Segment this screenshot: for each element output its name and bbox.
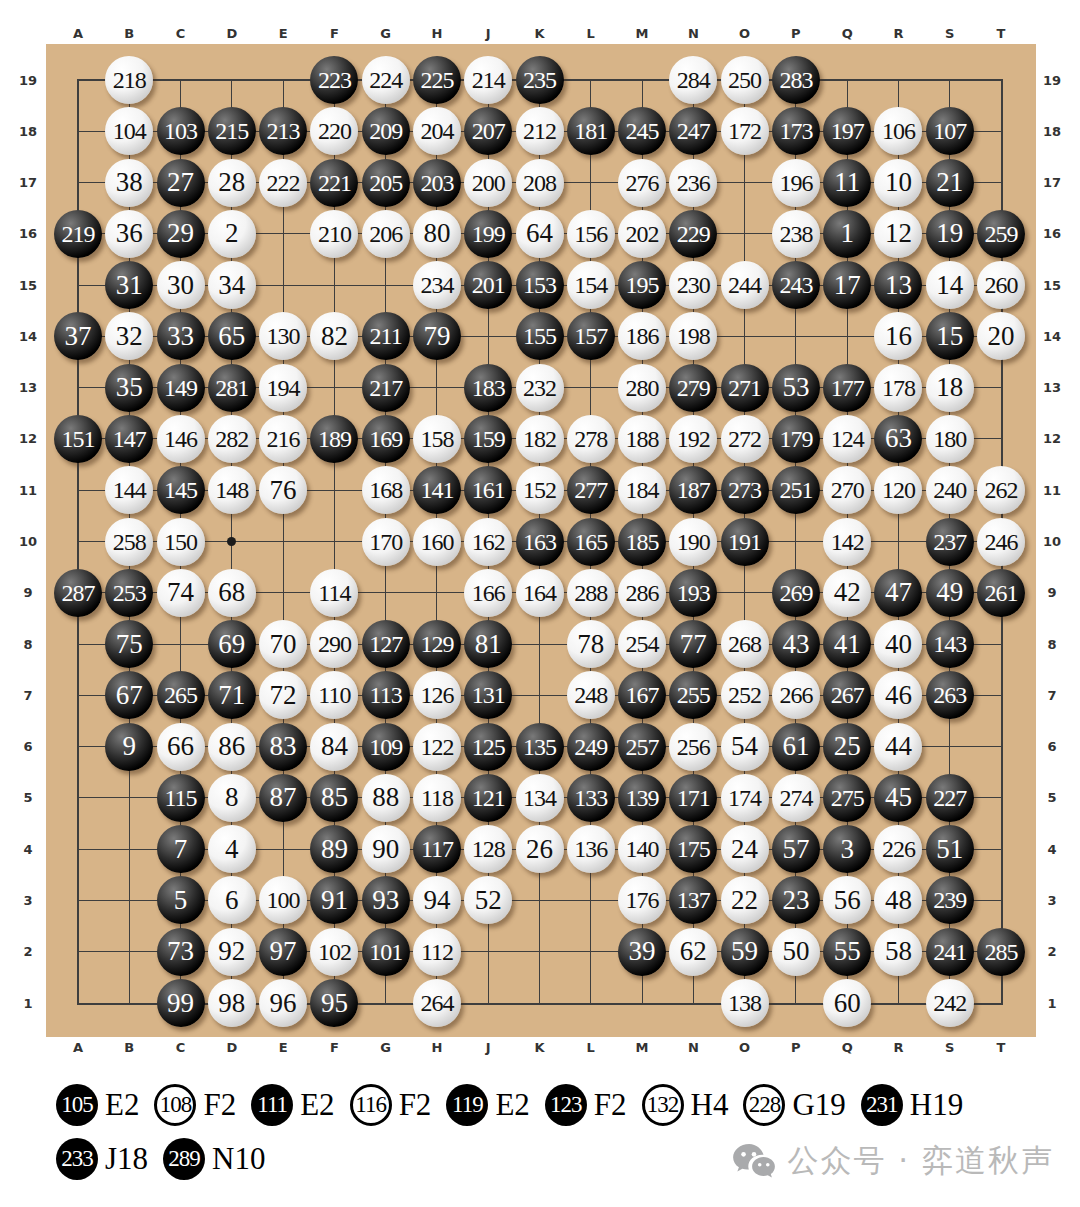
coord-label-bottom-M: M xyxy=(625,1038,659,1056)
stone-number: 24 xyxy=(731,836,758,863)
stone-number: 144 xyxy=(113,478,146,502)
stone-N2: 62 xyxy=(669,928,717,976)
stone-N19: 284 xyxy=(669,56,717,104)
stone-H17: 203 xyxy=(413,159,461,207)
stone-number: 146 xyxy=(164,427,197,451)
coord-label-right-9: 9 xyxy=(1035,584,1069,602)
stone-number: 288 xyxy=(574,581,607,605)
stone-O15: 244 xyxy=(721,261,769,309)
stone-number: 14 xyxy=(936,272,963,299)
stone-number: 164 xyxy=(523,581,556,605)
stone-number: 196 xyxy=(779,171,812,195)
coord-label-left-6: 6 xyxy=(11,738,45,756)
stone-D11: 148 xyxy=(208,466,256,514)
coord-label-bottom-D: D xyxy=(215,1038,249,1056)
stone-number: 226 xyxy=(882,837,915,861)
stone-number: 282 xyxy=(215,427,248,451)
stone-M4: 140 xyxy=(618,825,666,873)
stone-number: 64 xyxy=(526,220,553,247)
stone-number: 54 xyxy=(731,733,758,760)
stone-G7: 113 xyxy=(362,671,410,719)
stone-number: 290 xyxy=(318,632,351,656)
stone-B13: 35 xyxy=(105,364,153,412)
stone-Q10: 142 xyxy=(823,518,871,566)
stone-number: 21 xyxy=(936,169,963,196)
stone-number: 40 xyxy=(885,631,912,658)
stone-number: 145 xyxy=(164,478,197,502)
stone-K11: 152 xyxy=(516,466,564,514)
stone-G13: 217 xyxy=(362,364,410,412)
coord-label-bottom-H: H xyxy=(420,1038,454,1056)
stone-number: 249 xyxy=(574,735,607,759)
stone-number: 151 xyxy=(62,427,95,451)
stone-number: 186 xyxy=(626,324,659,348)
stone-L12: 278 xyxy=(567,415,615,463)
stone-number: 63 xyxy=(885,425,912,452)
stone-B9: 253 xyxy=(105,569,153,617)
stone-C6: 66 xyxy=(157,723,205,771)
stone-O2: 59 xyxy=(721,928,769,976)
stone-L9: 288 xyxy=(567,569,615,617)
stone-number: 72 xyxy=(270,682,297,709)
stone-O11: 273 xyxy=(721,466,769,514)
stone-number: 265 xyxy=(164,683,197,707)
stone-O8: 268 xyxy=(721,620,769,668)
stone-C18: 103 xyxy=(157,107,205,155)
coord-label-bottom-K: K xyxy=(523,1038,557,1056)
stone-number: 53 xyxy=(782,374,809,401)
stone-number: 55 xyxy=(834,938,861,965)
stone-M15: 195 xyxy=(618,261,666,309)
stone-B16: 36 xyxy=(105,210,153,258)
stone-number: 212 xyxy=(523,119,556,143)
stone-H11: 141 xyxy=(413,466,461,514)
caption-stone-108: 108 xyxy=(154,1084,196,1126)
caption-stone-123: 123 xyxy=(545,1084,587,1126)
stone-S18: 107 xyxy=(926,107,974,155)
stone-S4: 51 xyxy=(926,825,974,873)
stone-number: 12 xyxy=(885,220,912,247)
stone-number: 73 xyxy=(167,938,194,965)
coord-label-left-1: 1 xyxy=(11,994,45,1012)
stone-number: 149 xyxy=(164,376,197,400)
stone-N10: 190 xyxy=(669,518,717,566)
stone-O19: 250 xyxy=(721,56,769,104)
stone-E2: 97 xyxy=(259,928,307,976)
stone-number: 48 xyxy=(885,887,912,914)
stone-B8: 75 xyxy=(105,620,153,668)
coord-label-bottom-L: L xyxy=(574,1038,608,1056)
stone-number: 257 xyxy=(626,735,659,759)
stone-D5: 8 xyxy=(208,774,256,822)
stone-C15: 30 xyxy=(157,261,205,309)
stone-number: 155 xyxy=(523,324,556,348)
coord-label-top-E: E xyxy=(266,24,300,42)
stone-G10: 170 xyxy=(362,518,410,566)
stone-D2: 92 xyxy=(208,928,256,976)
stone-number: 261 xyxy=(985,581,1018,605)
stone-L14: 157 xyxy=(567,312,615,360)
stone-number: 109 xyxy=(369,735,402,759)
stone-number: 238 xyxy=(779,222,812,246)
stone-number: 138 xyxy=(728,991,761,1015)
stone-O5: 174 xyxy=(721,774,769,822)
stone-D18: 215 xyxy=(208,107,256,155)
stone-Q1: 60 xyxy=(823,979,871,1027)
caption-item: 111E2 xyxy=(251,1084,334,1126)
stone-number: 280 xyxy=(626,376,659,400)
stone-number: 66 xyxy=(167,733,194,760)
stone-number: 258 xyxy=(113,530,146,554)
stone-number: 244 xyxy=(728,273,761,297)
stone-number: 16 xyxy=(885,323,912,350)
stone-number: 248 xyxy=(574,683,607,707)
stone-O13: 271 xyxy=(721,364,769,412)
stone-C5: 115 xyxy=(157,774,205,822)
stone-number: 88 xyxy=(372,784,399,811)
stone-number: 60 xyxy=(834,990,861,1017)
stone-G2: 101 xyxy=(362,928,410,976)
stone-number: 271 xyxy=(728,376,761,400)
stone-number: 267 xyxy=(831,683,864,707)
stone-K15: 153 xyxy=(516,261,564,309)
stone-number: 225 xyxy=(420,68,453,92)
stone-number: 124 xyxy=(831,427,864,451)
stone-F16: 210 xyxy=(310,210,358,258)
stone-N17: 236 xyxy=(669,159,717,207)
coord-label-left-4: 4 xyxy=(11,840,45,858)
coord-label-right-1: 1 xyxy=(1035,994,1069,1012)
stone-N12: 192 xyxy=(669,415,717,463)
coord-label-right-11: 11 xyxy=(1035,481,1069,499)
stone-P19: 283 xyxy=(772,56,820,104)
stone-number: 101 xyxy=(369,940,402,964)
stone-number: 191 xyxy=(728,530,761,554)
stone-H2: 112 xyxy=(413,928,461,976)
stone-M9: 286 xyxy=(618,569,666,617)
stone-G17: 205 xyxy=(362,159,410,207)
stone-C14: 33 xyxy=(157,312,205,360)
stone-number: 70 xyxy=(270,631,297,658)
stone-J19: 214 xyxy=(464,56,512,104)
stone-B10: 258 xyxy=(105,518,153,566)
stone-number: 170 xyxy=(369,530,402,554)
stone-number: 200 xyxy=(472,171,505,195)
stone-number: 75 xyxy=(116,631,143,658)
stone-number: 217 xyxy=(369,376,402,400)
stone-O1: 138 xyxy=(721,979,769,1027)
stone-number: 222 xyxy=(267,171,300,195)
coord-label-right-18: 18 xyxy=(1035,122,1069,140)
coord-label-right-4: 4 xyxy=(1035,840,1069,858)
stone-Q4: 3 xyxy=(823,825,871,873)
stone-L10: 165 xyxy=(567,518,615,566)
stone-Q6: 25 xyxy=(823,723,871,771)
stone-number: 224 xyxy=(369,68,402,92)
stone-number: 187 xyxy=(677,478,710,502)
stone-O18: 172 xyxy=(721,107,769,155)
stone-F9: 114 xyxy=(310,569,358,617)
stone-T11: 262 xyxy=(977,466,1025,514)
stone-number: 46 xyxy=(885,682,912,709)
stone-D15: 34 xyxy=(208,261,256,309)
stone-number: 87 xyxy=(270,784,297,811)
stone-S2: 241 xyxy=(926,928,974,976)
stone-P15: 243 xyxy=(772,261,820,309)
stone-number: 203 xyxy=(420,171,453,195)
coord-label-top-B: B xyxy=(112,24,146,42)
stone-number: 112 xyxy=(421,940,453,964)
stone-K17: 208 xyxy=(516,159,564,207)
stone-S8: 143 xyxy=(926,620,974,668)
stone-J12: 159 xyxy=(464,415,512,463)
coord-label-left-13: 13 xyxy=(11,379,45,397)
stone-number: 6 xyxy=(225,887,239,914)
stone-number: 130 xyxy=(267,324,300,348)
stone-number: 161 xyxy=(472,478,505,502)
stone-E13: 194 xyxy=(259,364,307,412)
stone-F17: 221 xyxy=(310,159,358,207)
stone-number: 65 xyxy=(218,323,245,350)
stone-R9: 47 xyxy=(874,569,922,617)
stone-number: 206 xyxy=(369,222,402,246)
stone-number: 229 xyxy=(677,222,710,246)
stone-H15: 234 xyxy=(413,261,461,309)
stone-L8: 78 xyxy=(567,620,615,668)
stone-T15: 260 xyxy=(977,261,1025,309)
caption-stone-116: 116 xyxy=(350,1084,392,1126)
stone-number: 268 xyxy=(728,632,761,656)
stone-C16: 29 xyxy=(157,210,205,258)
caption-item: 105E2 xyxy=(56,1084,139,1126)
stone-number: 270 xyxy=(831,478,864,502)
stone-K9: 164 xyxy=(516,569,564,617)
stone-number: 74 xyxy=(167,579,194,606)
coord-label-top-L: L xyxy=(574,24,608,42)
caption-stone-132: 132 xyxy=(642,1084,684,1126)
stone-K13: 232 xyxy=(516,364,564,412)
stone-J9: 166 xyxy=(464,569,512,617)
stone-number: 153 xyxy=(523,273,556,297)
stone-number: 245 xyxy=(626,119,659,143)
stone-number: 275 xyxy=(831,786,864,810)
stone-S15: 14 xyxy=(926,261,974,309)
stone-S11: 240 xyxy=(926,466,974,514)
stone-number: 7 xyxy=(174,836,188,863)
stone-number: 17 xyxy=(834,272,861,299)
stone-Q2: 55 xyxy=(823,928,871,976)
stone-C7: 265 xyxy=(157,671,205,719)
stone-T9: 261 xyxy=(977,569,1025,617)
stone-number: 32 xyxy=(116,323,143,350)
stone-T16: 259 xyxy=(977,210,1025,258)
stone-number: 34 xyxy=(218,272,245,299)
stone-number: 274 xyxy=(779,786,812,810)
stone-number: 236 xyxy=(677,171,710,195)
stone-Q15: 17 xyxy=(823,261,871,309)
stone-number: 128 xyxy=(472,837,505,861)
stone-M17: 276 xyxy=(618,159,666,207)
stone-K19: 235 xyxy=(516,56,564,104)
stone-number: 266 xyxy=(779,683,812,707)
coord-label-bottom-B: B xyxy=(112,1038,146,1056)
stone-A16: 219 xyxy=(54,210,102,258)
stone-number: 47 xyxy=(885,579,912,606)
stone-T2: 285 xyxy=(977,928,1025,976)
coord-label-bottom-Q: Q xyxy=(830,1038,864,1056)
stone-Q17: 11 xyxy=(823,159,871,207)
stone-number: 42 xyxy=(834,579,861,606)
stone-number: 189 xyxy=(318,427,351,451)
caption-point: E2 xyxy=(495,1087,529,1123)
stone-K4: 26 xyxy=(516,825,564,873)
stone-number: 82 xyxy=(321,323,348,350)
coord-label-left-8: 8 xyxy=(11,635,45,653)
stone-E5: 87 xyxy=(259,774,307,822)
stone-number: 201 xyxy=(472,273,505,297)
caption-item: 228G19 xyxy=(743,1084,845,1126)
stone-number: 181 xyxy=(574,119,607,143)
stone-F2: 102 xyxy=(310,928,358,976)
stone-number: 8 xyxy=(225,784,239,811)
stone-J15: 201 xyxy=(464,261,512,309)
stone-number: 159 xyxy=(472,427,505,451)
stone-H7: 126 xyxy=(413,671,461,719)
stone-D13: 281 xyxy=(208,364,256,412)
stone-number: 250 xyxy=(728,68,761,92)
caption-point: H4 xyxy=(691,1087,729,1123)
caption-point: F2 xyxy=(399,1087,432,1123)
stone-S13: 18 xyxy=(926,364,974,412)
stone-G16: 206 xyxy=(362,210,410,258)
stone-L7: 248 xyxy=(567,671,615,719)
stone-number: 118 xyxy=(421,786,453,810)
stone-M5: 139 xyxy=(618,774,666,822)
stone-number: 169 xyxy=(369,427,402,451)
caption-item: 289N10 xyxy=(163,1138,265,1180)
stone-P4: 57 xyxy=(772,825,820,873)
stone-J13: 183 xyxy=(464,364,512,412)
coord-label-top-M: M xyxy=(625,24,659,42)
coord-label-right-8: 8 xyxy=(1035,635,1069,653)
stone-number: 15 xyxy=(936,323,963,350)
stone-number: 52 xyxy=(475,887,502,914)
stone-O4: 24 xyxy=(721,825,769,873)
stone-C2: 73 xyxy=(157,928,205,976)
stone-number: 81 xyxy=(475,631,502,658)
stone-N16: 229 xyxy=(669,210,717,258)
stone-D4: 4 xyxy=(208,825,256,873)
coord-label-bottom-R: R xyxy=(881,1038,915,1056)
coord-label-bottom-S: S xyxy=(933,1038,967,1056)
stone-number: 28 xyxy=(218,169,245,196)
stone-E6: 83 xyxy=(259,723,307,771)
stone-R13: 178 xyxy=(874,364,922,412)
stone-number: 33 xyxy=(167,323,194,350)
stone-number: 5 xyxy=(174,887,188,914)
stone-number: 286 xyxy=(626,581,659,605)
stone-number: 167 xyxy=(626,683,659,707)
stone-number: 51 xyxy=(936,836,963,863)
stone-M2: 39 xyxy=(618,928,666,976)
stone-number: 18 xyxy=(936,374,963,401)
stone-number: 202 xyxy=(626,222,659,246)
stone-number: 9 xyxy=(123,733,137,760)
stone-number: 22 xyxy=(731,887,758,914)
stone-number: 251 xyxy=(779,478,812,502)
stone-number: 100 xyxy=(267,888,300,912)
stone-S7: 263 xyxy=(926,671,974,719)
stone-P5: 274 xyxy=(772,774,820,822)
stone-number: 242 xyxy=(933,991,966,1015)
stone-number: 13 xyxy=(885,272,912,299)
stone-number: 185 xyxy=(626,530,659,554)
stone-number: 252 xyxy=(728,683,761,707)
stone-number: 207 xyxy=(472,119,505,143)
stone-K6: 135 xyxy=(516,723,564,771)
stone-number: 84 xyxy=(321,733,348,760)
stone-number: 254 xyxy=(626,632,659,656)
stone-Q13: 177 xyxy=(823,364,871,412)
stone-N5: 171 xyxy=(669,774,717,822)
coord-label-left-15: 15 xyxy=(11,276,45,294)
stone-number: 41 xyxy=(834,631,861,658)
stone-P17: 196 xyxy=(772,159,820,207)
stone-K14: 155 xyxy=(516,312,564,360)
stone-E11: 76 xyxy=(259,466,307,514)
stone-number: 194 xyxy=(267,376,300,400)
caption-item: 108F2 xyxy=(154,1084,236,1126)
stone-number: 199 xyxy=(472,222,505,246)
stone-D9: 68 xyxy=(208,569,256,617)
stone-number: 247 xyxy=(677,119,710,143)
stone-number: 50 xyxy=(782,938,809,965)
stone-number: 152 xyxy=(523,478,556,502)
stone-P2: 50 xyxy=(772,928,820,976)
stone-number: 30 xyxy=(167,272,194,299)
stone-number: 256 xyxy=(677,735,710,759)
stone-L6: 249 xyxy=(567,723,615,771)
stone-number: 44 xyxy=(885,733,912,760)
coord-label-left-12: 12 xyxy=(11,430,45,448)
stone-number: 27 xyxy=(167,169,194,196)
stone-number: 223 xyxy=(318,68,351,92)
stone-H8: 129 xyxy=(413,620,461,668)
caption-item: 116F2 xyxy=(350,1084,432,1126)
caption-item: 132H4 xyxy=(642,1084,729,1126)
stone-G12: 169 xyxy=(362,415,410,463)
stone-number: 102 xyxy=(318,940,351,964)
stone-O7: 252 xyxy=(721,671,769,719)
coord-label-right-2: 2 xyxy=(1035,943,1069,961)
stone-C9: 74 xyxy=(157,569,205,617)
stone-number: 86 xyxy=(218,733,245,760)
stone-D1: 98 xyxy=(208,979,256,1027)
coord-label-bottom-G: G xyxy=(369,1038,403,1056)
stone-number: 19 xyxy=(936,220,963,247)
stone-O10: 191 xyxy=(721,518,769,566)
stone-S12: 180 xyxy=(926,415,974,463)
stone-K10: 163 xyxy=(516,518,564,566)
caption-point: E2 xyxy=(300,1087,334,1123)
stone-number: 104 xyxy=(113,119,146,143)
caption-stone-111: 111 xyxy=(251,1084,293,1126)
stone-number: 95 xyxy=(321,990,348,1017)
stone-number: 285 xyxy=(985,940,1018,964)
stone-M8: 254 xyxy=(618,620,666,668)
stone-R16: 12 xyxy=(874,210,922,258)
stone-A12: 151 xyxy=(54,415,102,463)
